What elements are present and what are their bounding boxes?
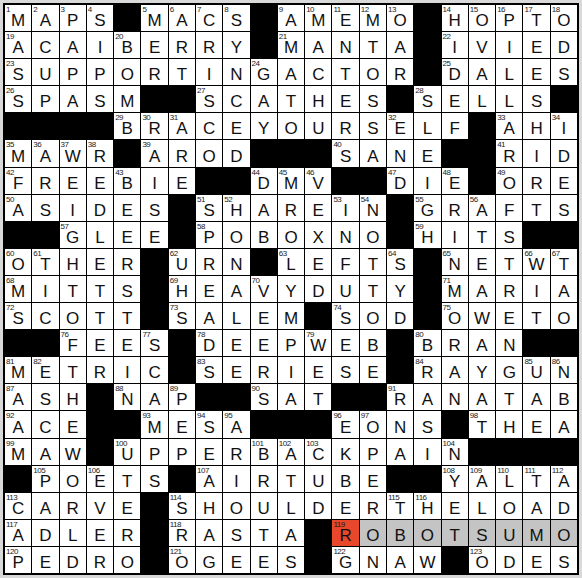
cell-r17c1[interactable]: 99M (5, 439, 31, 465)
cell-r8c18[interactable]: 56A (469, 195, 495, 221)
cell-r4c1[interactable]: 26S (5, 86, 31, 112)
cell-r11c10[interactable]: 70V (251, 276, 277, 302)
cell-r17c9[interactable]: R (223, 439, 249, 465)
cell-r20c14[interactable]: O (360, 520, 386, 546)
cell-r7c2[interactable]: R (32, 168, 58, 194)
cell-r9c14[interactable]: O (360, 222, 386, 248)
cell-r12c18[interactable]: W (469, 303, 495, 329)
cell-r4c5[interactable]: M (114, 86, 140, 112)
cell-r13c6[interactable]: 77S (141, 330, 167, 356)
cell-r21c15[interactable]: A (387, 547, 413, 573)
cell-r19c17[interactable]: E (442, 493, 468, 519)
cell-r20c21[interactable]: O (551, 520, 577, 546)
cell-r4c20[interactable]: S (523, 86, 549, 112)
cell-r7c19[interactable]: 49O (496, 168, 522, 194)
cell-r10c8[interactable]: R (196, 249, 222, 275)
cell-r20c2[interactable]: D (32, 520, 58, 546)
cell-r1c13[interactable]: 11E (332, 5, 358, 31)
cell-r13c4[interactable]: E (87, 330, 113, 356)
cell-r17c6[interactable]: P (141, 439, 167, 465)
cell-r18c2[interactable]: 105P (32, 466, 58, 492)
cell-r2c13[interactable]: N (332, 32, 358, 58)
cell-r21c3[interactable]: D (60, 547, 86, 573)
cell-r21c18[interactable]: 123O (469, 547, 495, 573)
cell-r19c11[interactable]: L (278, 493, 304, 519)
cell-r18c17[interactable]: 108Y (442, 466, 468, 492)
cell-r9c13[interactable]: N (332, 222, 358, 248)
cell-r16c14[interactable]: 97O (360, 411, 386, 437)
cell-r18c9[interactable]: I (223, 466, 249, 492)
cell-r12c20[interactable]: T (523, 303, 549, 329)
cell-r9c9[interactable]: O (223, 222, 249, 248)
cell-r1c11[interactable]: 9A (278, 5, 304, 31)
cell-r13c8[interactable]: 78D (196, 330, 222, 356)
cell-r10c1[interactable]: 60O (5, 249, 31, 275)
cell-r7c7[interactable]: E (169, 168, 195, 194)
cell-r14c20[interactable]: 85U (523, 357, 549, 383)
cell-r18c10[interactable]: R (251, 466, 277, 492)
cell-r16c19[interactable]: H (496, 411, 522, 437)
cell-r1c3[interactable]: 3P (60, 5, 86, 31)
cell-r12c8[interactable]: A (196, 303, 222, 329)
cell-r9c17[interactable]: I (442, 222, 468, 248)
cell-r18c11[interactable]: T (278, 466, 304, 492)
cell-r9c11[interactable]: O (278, 222, 304, 248)
cell-r12c19[interactable]: E (496, 303, 522, 329)
cell-r9c18[interactable]: T (469, 222, 495, 248)
cell-r15c15[interactable]: 91R (387, 384, 413, 410)
cell-r9c6[interactable]: E (141, 222, 167, 248)
cell-r7c11[interactable]: 45M (278, 168, 304, 194)
cell-r7c6[interactable]: I (141, 168, 167, 194)
cell-r16c13[interactable]: 96E (332, 411, 358, 437)
cell-r3c12[interactable]: C (305, 59, 331, 85)
cell-r6c6[interactable]: 39A (141, 140, 167, 166)
cell-r2c2[interactable]: C (32, 32, 58, 58)
cell-r9c3[interactable]: 57G (60, 222, 86, 248)
cell-r18c21[interactable]: 112A (551, 466, 577, 492)
cell-r8c16[interactable]: 55G (414, 195, 440, 221)
cell-r8c9[interactable]: 52H (223, 195, 249, 221)
cell-r3c6[interactable]: R (141, 59, 167, 85)
cell-r18c3[interactable]: O (60, 466, 86, 492)
cell-r17c15[interactable]: A (387, 439, 413, 465)
cell-r8c11[interactable]: R (278, 195, 304, 221)
cell-r19c9[interactable]: O (223, 493, 249, 519)
cell-r16c8[interactable]: 94S (196, 411, 222, 437)
cell-r17c16[interactable]: I (414, 439, 440, 465)
cell-r14c18[interactable]: Y (469, 357, 495, 383)
cell-r5c15[interactable]: 32E (387, 113, 413, 139)
cell-r19c15[interactable]: 115T (387, 493, 413, 519)
cell-r21c4[interactable]: R (87, 547, 113, 573)
cell-r4c18[interactable]: L (469, 86, 495, 112)
cell-r12c5[interactable]: T (114, 303, 140, 329)
cell-r6c14[interactable]: A (360, 140, 386, 166)
cell-r19c12[interactable]: D (305, 493, 331, 519)
cell-r4c9[interactable]: C (223, 86, 249, 112)
cell-r15c7[interactable]: 89P (169, 384, 195, 410)
cell-r19c2[interactable]: A (32, 493, 58, 519)
cell-r6c3[interactable]: 37W (60, 140, 86, 166)
cell-r15c21[interactable]: B (551, 384, 577, 410)
cell-r6c13[interactable]: 40S (332, 140, 358, 166)
cell-r19c18[interactable]: L (469, 493, 495, 519)
cell-r1c18[interactable]: 15O (469, 5, 495, 31)
cell-r5c19[interactable]: 33A (496, 113, 522, 139)
cell-r11c8[interactable]: E (196, 276, 222, 302)
cell-r5c16[interactable]: L (414, 113, 440, 139)
cell-r14c4[interactable]: R (87, 357, 113, 383)
cell-r15c5[interactable]: 88N (114, 384, 140, 410)
cell-r15c12[interactable]: T (305, 384, 331, 410)
cell-r20c16[interactable]: O (414, 520, 440, 546)
cell-r10c4[interactable]: E (87, 249, 113, 275)
cell-r14c8[interactable]: 83S (196, 357, 222, 383)
cell-r1c8[interactable]: 7C (196, 5, 222, 31)
cell-r10c21[interactable]: 67T (551, 249, 577, 275)
cell-r14c13[interactable]: S (332, 357, 358, 383)
cell-r21c2[interactable]: E (32, 547, 58, 573)
cell-r6c7[interactable]: R (169, 140, 195, 166)
cell-r20c4[interactable]: E (87, 520, 113, 546)
cell-r5c14[interactable]: S (360, 113, 386, 139)
cell-r15c3[interactable]: H (60, 384, 86, 410)
cell-r3c9[interactable]: N (223, 59, 249, 85)
cell-r20c19[interactable]: U (496, 520, 522, 546)
cell-r7c4[interactable]: E (87, 168, 113, 194)
cell-r16c3[interactable]: E (60, 411, 86, 437)
cell-r4c10[interactable]: A (251, 86, 277, 112)
cell-r2c20[interactable]: E (523, 32, 549, 58)
cell-r8c13[interactable]: 53I (332, 195, 358, 221)
cell-r11c5[interactable]: S (114, 276, 140, 302)
cell-r15c19[interactable]: T (496, 384, 522, 410)
cell-r18c18[interactable]: 109A (469, 466, 495, 492)
cell-r3c18[interactable]: A (469, 59, 495, 85)
cell-r13c10[interactable]: E (251, 330, 277, 356)
cell-r2c12[interactable]: A (305, 32, 331, 58)
cell-r2c5[interactable]: 20B (114, 32, 140, 58)
cell-r2c1[interactable]: 19A (5, 32, 31, 58)
cell-r10c20[interactable]: 66W (523, 249, 549, 275)
cell-r2c19[interactable]: I (496, 32, 522, 58)
cell-r13c13[interactable]: E (332, 330, 358, 356)
cell-r20c20[interactable]: M (523, 520, 549, 546)
cell-r1c6[interactable]: 5M (141, 5, 167, 31)
cell-r15c10[interactable]: 90S (251, 384, 277, 410)
cell-r20c13[interactable]: 119R (332, 520, 358, 546)
cell-r1c7[interactable]: 6A (169, 5, 195, 31)
cell-r17c13[interactable]: K (332, 439, 358, 465)
cell-r2c17[interactable]: 22I (442, 32, 468, 58)
cell-r4c11[interactable]: T (278, 86, 304, 112)
cell-r5c10[interactable]: Y (251, 113, 277, 139)
cell-r10c19[interactable]: T (496, 249, 522, 275)
cell-r16c21[interactable]: A (551, 411, 577, 437)
cell-r1c17[interactable]: 14H (442, 5, 468, 31)
cell-r21c14[interactable]: N (360, 547, 386, 573)
cell-r14c9[interactable]: E (223, 357, 249, 383)
cell-r19c7[interactable]: 114S (169, 493, 195, 519)
cell-r14c17[interactable]: A (442, 357, 468, 383)
cell-r5c6[interactable]: 30R (141, 113, 167, 139)
cell-r12c9[interactable]: L (223, 303, 249, 329)
cell-r8c12[interactable]: E (305, 195, 331, 221)
cell-r2c11[interactable]: 21M (278, 32, 304, 58)
cell-r14c5[interactable]: I (114, 357, 140, 383)
cell-r10c9[interactable]: N (223, 249, 249, 275)
cell-r3c4[interactable]: P (87, 59, 113, 85)
cell-r12c11[interactable]: M (278, 303, 304, 329)
cell-r10c7[interactable]: 62U (169, 249, 195, 275)
cell-r17c11[interactable]: 102A (278, 439, 304, 465)
cell-r7c12[interactable]: 46V (305, 168, 331, 194)
cell-r20c15[interactable]: B (387, 520, 413, 546)
cell-r1c19[interactable]: 16P (496, 5, 522, 31)
cell-r11c20[interactable]: I (523, 276, 549, 302)
cell-r21c16[interactable]: W (414, 547, 440, 573)
cell-r14c10[interactable]: R (251, 357, 277, 383)
cell-r8c19[interactable]: F (496, 195, 522, 221)
cell-r21c19[interactable]: D (496, 547, 522, 573)
cell-r21c5[interactable]: O (114, 547, 140, 573)
cell-r7c21[interactable]: E (551, 168, 577, 194)
cell-r11c2[interactable]: I (32, 276, 58, 302)
cell-r12c13[interactable]: 74S (332, 303, 358, 329)
cell-r8c21[interactable]: S (551, 195, 577, 221)
cell-r21c11[interactable]: S (278, 547, 304, 573)
cell-r1c4[interactable]: 4S (87, 5, 113, 31)
cell-r11c17[interactable]: 71M (442, 276, 468, 302)
cell-r4c19[interactable]: L (496, 86, 522, 112)
cell-r21c1[interactable]: 120P (5, 547, 31, 573)
cell-r3c15[interactable]: R (387, 59, 413, 85)
cell-r11c13[interactable]: U (332, 276, 358, 302)
cell-r21c9[interactable]: E (223, 547, 249, 573)
cell-r12c21[interactable]: O (551, 303, 577, 329)
cell-r18c19[interactable]: 110L (496, 466, 522, 492)
cell-r9c4[interactable]: L (87, 222, 113, 248)
cell-r8c2[interactable]: S (32, 195, 58, 221)
cell-r3c5[interactable]: O (114, 59, 140, 85)
cell-r4c17[interactable]: E (442, 86, 468, 112)
cell-r20c3[interactable]: L (60, 520, 86, 546)
cell-r16c7[interactable]: E (169, 411, 195, 437)
cell-r14c12[interactable]: E (305, 357, 331, 383)
cell-r3c10[interactable]: 24G (251, 59, 277, 85)
cell-r15c16[interactable]: A (414, 384, 440, 410)
cell-r16c2[interactable]: C (32, 411, 58, 437)
cell-r9c16[interactable]: 59H (414, 222, 440, 248)
cell-r12c4[interactable]: T (87, 303, 113, 329)
cell-r3c17[interactable]: 25D (442, 59, 468, 85)
cell-r6c9[interactable]: D (223, 140, 249, 166)
cell-r20c1[interactable]: 117A (5, 520, 31, 546)
cell-r19c16[interactable]: 116H (414, 493, 440, 519)
cell-r17c3[interactable]: W (60, 439, 86, 465)
cell-r17c8[interactable]: E (196, 439, 222, 465)
cell-r10c14[interactable]: T (360, 249, 386, 275)
cell-r21c21[interactable]: S (551, 547, 577, 573)
cell-r2c9[interactable]: Y (223, 32, 249, 58)
cell-r19c3[interactable]: R (60, 493, 86, 519)
cell-r3c3[interactable]: P (60, 59, 86, 85)
cell-r19c14[interactable]: R (360, 493, 386, 519)
cell-r12c1[interactable]: 72S (5, 303, 31, 329)
cell-r16c6[interactable]: 93M (141, 411, 167, 437)
cell-r11c12[interactable]: D (305, 276, 331, 302)
cell-r3c14[interactable]: O (360, 59, 386, 85)
cell-r17c7[interactable]: P (169, 439, 195, 465)
cell-r3c20[interactable]: E (523, 59, 549, 85)
cell-r4c2[interactable]: P (32, 86, 58, 112)
cell-r16c1[interactable]: 92A (5, 411, 31, 437)
cell-r8c8[interactable]: 51S (196, 195, 222, 221)
cell-r10c2[interactable]: 61T (32, 249, 58, 275)
cell-r9c10[interactable]: B (251, 222, 277, 248)
cell-r2c3[interactable]: A (60, 32, 86, 58)
cell-r2c15[interactable]: A (387, 32, 413, 58)
cell-r18c6[interactable]: S (141, 466, 167, 492)
cell-r13c19[interactable]: N (496, 330, 522, 356)
cell-r8c5[interactable]: E (114, 195, 140, 221)
cell-r19c4[interactable]: V (87, 493, 113, 519)
cell-r13c14[interactable]: B (360, 330, 386, 356)
cell-r20c11[interactable]: A (278, 520, 304, 546)
cell-r1c1[interactable]: 1M (5, 5, 31, 31)
cell-r18c14[interactable]: E (360, 466, 386, 492)
cell-r19c19[interactable]: O (496, 493, 522, 519)
cell-r5c7[interactable]: 31A (169, 113, 195, 139)
cell-r8c10[interactable]: A (251, 195, 277, 221)
cell-r3c8[interactable]: I (196, 59, 222, 85)
cell-r8c20[interactable]: T (523, 195, 549, 221)
cell-r14c1[interactable]: 81M (5, 357, 31, 383)
cell-r9c8[interactable]: 58P (196, 222, 222, 248)
cell-r15c17[interactable]: N (442, 384, 468, 410)
cell-r21c13[interactable]: 122G (332, 547, 358, 573)
cell-r16c9[interactable]: 95A (223, 411, 249, 437)
cell-r11c19[interactable]: R (496, 276, 522, 302)
cell-r7c10[interactable]: 44D (251, 168, 277, 194)
cell-r21c20[interactable]: E (523, 547, 549, 573)
cell-r14c11[interactable]: I (278, 357, 304, 383)
cell-r18c12[interactable]: U (305, 466, 331, 492)
cell-r10c11[interactable]: 63L (278, 249, 304, 275)
cell-r2c21[interactable]: D (551, 32, 577, 58)
cell-r1c21[interactable]: 18O (551, 5, 577, 31)
cell-r9c5[interactable]: E (114, 222, 140, 248)
cell-r21c7[interactable]: 121O (169, 547, 195, 573)
cell-r9c12[interactable]: X (305, 222, 331, 248)
cell-r11c11[interactable]: Y (278, 276, 304, 302)
cell-r13c11[interactable]: P (278, 330, 304, 356)
cell-r2c4[interactable]: I (87, 32, 113, 58)
cell-r5c12[interactable]: U (305, 113, 331, 139)
cell-r10c17[interactable]: 65N (442, 249, 468, 275)
cell-r7c5[interactable]: 43B (114, 168, 140, 194)
cell-r6c21[interactable]: D (551, 140, 577, 166)
cell-r5c20[interactable]: H (523, 113, 549, 139)
cell-r9c19[interactable]: S (496, 222, 522, 248)
cell-r7c16[interactable]: I (414, 168, 440, 194)
cell-r11c4[interactable]: T (87, 276, 113, 302)
cell-r8c1[interactable]: 50A (5, 195, 31, 221)
cell-r17c12[interactable]: 103C (305, 439, 331, 465)
cell-r21c8[interactable]: G (196, 547, 222, 573)
cell-r16c20[interactable]: E (523, 411, 549, 437)
cell-r7c17[interactable]: 48E (442, 168, 468, 194)
cell-r17c10[interactable]: 101B (251, 439, 277, 465)
cell-r2c14[interactable]: T (360, 32, 386, 58)
cell-r11c1[interactable]: 68M (5, 276, 31, 302)
cell-r14c6[interactable]: C (141, 357, 167, 383)
cell-r6c8[interactable]: O (196, 140, 222, 166)
cell-r7c15[interactable]: 47D (387, 168, 413, 194)
cell-r20c5[interactable]: R (114, 520, 140, 546)
cell-r20c18[interactable]: S (469, 520, 495, 546)
cell-r1c14[interactable]: 12M (360, 5, 386, 31)
cell-r20c8[interactable]: A (196, 520, 222, 546)
cell-r6c19[interactable]: 41R (496, 140, 522, 166)
cell-r1c20[interactable]: 17T (523, 5, 549, 31)
cell-r19c20[interactable]: A (523, 493, 549, 519)
cell-r3c19[interactable]: L (496, 59, 522, 85)
cell-r14c16[interactable]: 84R (414, 357, 440, 383)
cell-r15c1[interactable]: 87A (5, 384, 31, 410)
cell-r14c14[interactable]: E (360, 357, 386, 383)
cell-r20c17[interactable]: T (442, 520, 468, 546)
cell-r15c11[interactable]: A (278, 384, 304, 410)
cell-r14c21[interactable]: 86N (551, 357, 577, 383)
cell-r10c13[interactable]: F (332, 249, 358, 275)
cell-r4c4[interactable]: S (87, 86, 113, 112)
cell-r4c8[interactable]: 27S (196, 86, 222, 112)
cell-r5c13[interactable]: R (332, 113, 358, 139)
cell-r4c12[interactable]: H (305, 86, 331, 112)
cell-r2c18[interactable]: V (469, 32, 495, 58)
cell-r5c11[interactable]: O (278, 113, 304, 139)
cell-r18c5[interactable]: T (114, 466, 140, 492)
cell-r17c5[interactable]: 100U (114, 439, 140, 465)
cell-r6c1[interactable]: 35M (5, 140, 31, 166)
cell-r18c13[interactable]: B (332, 466, 358, 492)
cell-r7c3[interactable]: E (60, 168, 86, 194)
cell-r12c3[interactable]: O (60, 303, 86, 329)
cell-r7c1[interactable]: 42F (5, 168, 31, 194)
cell-r17c14[interactable]: P (360, 439, 386, 465)
cell-r10c3[interactable]: H (60, 249, 86, 275)
cell-r1c15[interactable]: 13O (387, 5, 413, 31)
cell-r20c9[interactable]: S (223, 520, 249, 546)
cell-r19c10[interactable]: U (251, 493, 277, 519)
cell-r8c17[interactable]: R (442, 195, 468, 221)
cell-r7c20[interactable]: R (523, 168, 549, 194)
cell-r15c2[interactable]: S (32, 384, 58, 410)
cell-r8c14[interactable]: 54N (360, 195, 386, 221)
cell-r6c4[interactable]: 38R (87, 140, 113, 166)
cell-r11c7[interactable]: 69H (169, 276, 195, 302)
cell-r16c18[interactable]: 98T (469, 411, 495, 437)
cell-r11c18[interactable]: A (469, 276, 495, 302)
cell-r12c14[interactable]: O (360, 303, 386, 329)
cell-r6c16[interactable]: E (414, 140, 440, 166)
cell-r19c21[interactable]: D (551, 493, 577, 519)
cell-r12c15[interactable]: D (387, 303, 413, 329)
cell-r18c4[interactable]: 106E (87, 466, 113, 492)
cell-r14c19[interactable]: G (496, 357, 522, 383)
